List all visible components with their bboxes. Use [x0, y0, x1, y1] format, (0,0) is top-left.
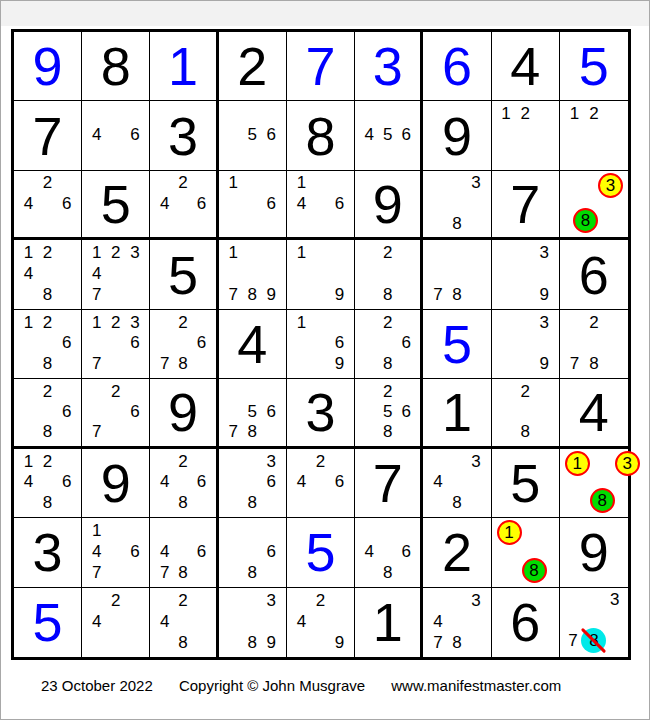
candidate-8: 8	[447, 632, 466, 653]
candidate-6: 6	[262, 541, 281, 562]
candidate-empty	[516, 333, 535, 354]
candidate-6: 6	[192, 333, 210, 354]
candidate-grid: 1248	[14, 240, 81, 308]
candidate-empty	[330, 263, 349, 284]
given-digit: 4	[560, 379, 628, 445]
candidate-empty	[428, 451, 447, 472]
candidate-empty	[497, 558, 522, 583]
cell-r3c3[interactable]: 246	[150, 171, 218, 240]
candidate-6: 6	[57, 471, 76, 492]
candidate-empty	[19, 173, 38, 193]
cell-r4c9[interactable]: 6	[560, 240, 628, 309]
cell-r5c3[interactable]: 2678	[150, 310, 218, 379]
candidate-2: 2	[38, 242, 57, 263]
cell-r5c8[interactable]: 39	[492, 310, 560, 379]
candidate-empty	[224, 145, 243, 166]
candidate-1-yellow: 1	[497, 520, 522, 545]
cell-r6c8[interactable]: 28	[492, 379, 560, 448]
candidate-empty	[360, 422, 378, 442]
candidate-empty	[224, 471, 243, 492]
candidate-empty	[243, 451, 262, 472]
candidate-empty	[243, 471, 262, 492]
candidate-8: 8	[447, 284, 466, 305]
candidate-empty	[106, 611, 125, 632]
candidate-empty	[57, 422, 76, 442]
cell-r6c2[interactable]: 267	[82, 379, 150, 448]
cell-r1c8[interactable]: 4	[492, 32, 560, 101]
candidate-2: 2	[311, 590, 330, 611]
candidate-empty	[106, 284, 125, 305]
candidate-empty	[311, 471, 330, 492]
candidate-empty	[262, 422, 281, 442]
candidate-empty	[581, 609, 606, 628]
cell-r6c9[interactable]: 4	[560, 379, 628, 448]
cell-r4c3[interactable]: 5	[150, 240, 218, 309]
candidate-empty	[262, 145, 281, 166]
candidate-empty	[516, 242, 535, 263]
cell-r9c2[interactable]: 24	[82, 588, 150, 657]
candidate-empty	[466, 471, 485, 492]
cell-r6c6[interactable]: 2568	[355, 379, 423, 448]
candidate-grid: 138	[560, 449, 628, 517]
cell-r4c2[interactable]: 12347	[82, 240, 150, 309]
candidate-empty	[262, 242, 281, 263]
candidate-empty	[87, 590, 106, 611]
cell-r1c5[interactable]: 7	[287, 32, 355, 101]
cell-r2c6[interactable]: 456	[355, 101, 423, 170]
candidate-2: 2	[584, 312, 603, 333]
candidate-empty	[192, 353, 210, 374]
cell-r4c5[interactable]: 19	[287, 240, 355, 309]
candidate-empty	[584, 145, 603, 166]
candidate-empty	[224, 611, 243, 632]
candidate-empty	[516, 284, 535, 305]
candidate-grid: 38	[560, 171, 628, 237]
candidate-empty	[155, 590, 173, 611]
candidate-9: 9	[330, 353, 349, 374]
cell-r3c1[interactable]: 246	[14, 171, 82, 240]
cell-r9c6[interactable]: 1	[355, 588, 423, 657]
candidate-empty	[604, 124, 623, 145]
candidate-empty	[598, 208, 623, 233]
candidate-empty	[516, 124, 535, 145]
candidate-empty	[565, 488, 590, 513]
candidate-empty	[565, 198, 573, 208]
given-digit: 2	[219, 32, 286, 100]
sudoku-board: 9812736457463568456912122465246161469387…	[11, 29, 631, 660]
candidate-empty	[192, 213, 210, 233]
candidate-empty	[397, 520, 415, 541]
cell-r6c3[interactable]: 9	[150, 379, 218, 448]
solved-digit: 6	[423, 32, 490, 100]
candidate-8-green: 8	[573, 208, 598, 233]
candidate-1-yellow: 1	[565, 451, 590, 476]
given-digit: 6	[492, 588, 559, 657]
cell-r9c7[interactable]: 3478	[423, 588, 491, 657]
candidate-4: 4	[19, 471, 38, 492]
cell-r3c7[interactable]: 38	[423, 171, 491, 240]
candidate-grid: 12468	[14, 449, 81, 517]
candidate-empty	[224, 541, 243, 562]
candidate-grid: 169	[287, 310, 354, 378]
candidate-empty	[262, 213, 281, 233]
candidate-empty	[547, 558, 554, 583]
cell-r8c4[interactable]: 68	[219, 518, 287, 587]
candidate-empty	[57, 492, 76, 513]
candidate-empty	[573, 198, 598, 208]
candidate-empty	[106, 124, 125, 145]
given-digit: 9	[560, 518, 628, 586]
candidate-grid: 1467	[82, 518, 149, 586]
cell-r5c5[interactable]: 169	[287, 310, 355, 379]
candidate-5: 5	[243, 124, 262, 145]
cell-r1c1[interactable]: 9	[14, 32, 82, 101]
candidate-empty	[447, 242, 466, 263]
candidate-empty	[262, 173, 281, 193]
candidate-2: 2	[379, 312, 397, 333]
candidate-empty	[224, 401, 243, 421]
candidate-empty	[155, 632, 173, 653]
candidate-empty	[497, 312, 516, 333]
candidate-empty	[535, 401, 554, 421]
candidate-empty	[535, 124, 554, 145]
candidate-4: 4	[360, 541, 378, 562]
cell-r1c4[interactable]: 2	[219, 32, 287, 101]
candidate-grid: 368	[219, 449, 286, 517]
candidate-5: 5	[379, 124, 397, 145]
candidate-4: 4	[19, 263, 38, 284]
candidate-grid: 378	[560, 588, 628, 657]
given-digit: 4	[492, 32, 559, 100]
candidate-8: 8	[379, 353, 397, 374]
candidate-8: 8	[379, 284, 397, 305]
candidate-1: 1	[87, 242, 106, 263]
candidate-3: 3	[466, 451, 485, 472]
candidate-4: 4	[428, 611, 447, 632]
cell-r6c1[interactable]: 268	[14, 379, 82, 448]
candidate-6: 6	[125, 124, 144, 145]
cell-r3c9[interactable]: 38	[560, 171, 628, 240]
cell-r4c8[interactable]: 39	[492, 240, 560, 309]
candidate-empty	[447, 590, 466, 611]
candidate-4: 4	[292, 193, 311, 213]
cell-r9c4[interactable]: 389	[219, 588, 287, 657]
candidate-empty	[174, 520, 192, 541]
candidate-empty	[125, 520, 144, 541]
cell-r8c1[interactable]: 3	[14, 518, 82, 587]
cell-r5c2[interactable]: 12367	[82, 310, 150, 379]
candidate-1: 1	[19, 451, 38, 472]
candidate-empty	[106, 632, 125, 653]
cell-r3c2[interactable]: 5	[82, 171, 150, 240]
candidate-empty	[192, 632, 210, 653]
cell-r8c8[interactable]: 18	[492, 518, 560, 587]
cell-r4c1[interactable]: 1248	[14, 240, 82, 309]
candidate-empty	[330, 312, 349, 333]
cell-r6c4[interactable]: 5678	[219, 379, 287, 448]
candidate-empty	[57, 242, 76, 263]
cell-r7c7[interactable]: 348	[423, 449, 491, 518]
candidate-empty	[311, 632, 330, 653]
cell-r7c9[interactable]: 138	[560, 449, 628, 518]
candidate-empty	[38, 471, 57, 492]
candidate-empty	[535, 103, 554, 124]
footer-date: 23 October 2022	[41, 677, 153, 694]
cell-r1c6[interactable]: 3	[355, 32, 423, 101]
candidate-empty	[547, 545, 554, 557]
cell-r5c7[interactable]: 5	[423, 310, 491, 379]
candidate-empty	[428, 213, 447, 233]
candidate-empty	[397, 242, 415, 263]
candidate-grid: 38	[423, 171, 490, 237]
candidate-empty	[604, 353, 623, 374]
cell-r8c6[interactable]: 468	[355, 518, 423, 587]
candidate-1: 1	[292, 312, 311, 333]
cell-r7c2[interactable]: 9	[82, 449, 150, 518]
candidate-8: 8	[243, 562, 262, 583]
candidate-empty	[224, 103, 243, 124]
cell-r1c9[interactable]: 5	[560, 32, 628, 101]
candidate-9: 9	[535, 284, 554, 305]
candidate-1: 1	[87, 520, 106, 541]
candidate-empty	[155, 520, 173, 541]
candidate-empty	[125, 103, 144, 124]
candidate-8: 8	[174, 632, 192, 653]
candidate-6: 6	[330, 333, 349, 354]
solved-digit: 5	[423, 310, 490, 378]
candidate-grid: 2468	[150, 449, 215, 517]
candidate-empty	[535, 145, 554, 166]
candidate-empty	[590, 451, 615, 476]
candidate-1: 1	[292, 173, 311, 193]
cell-r7c5[interactable]: 246	[287, 449, 355, 518]
cell-r2c2[interactable]: 46	[82, 101, 150, 170]
given-digit: 3	[14, 518, 81, 586]
candidate-empty	[87, 401, 106, 421]
cell-r4c4[interactable]: 1789	[219, 240, 287, 309]
candidate-empty	[497, 381, 516, 401]
candidate-empty	[330, 173, 349, 193]
cell-r5c1[interactable]: 1268	[14, 310, 82, 379]
cell-r2c1[interactable]: 7	[14, 101, 82, 170]
candidate-3: 3	[466, 590, 485, 611]
candidate-1: 1	[19, 312, 38, 333]
cell-r1c2[interactable]: 8	[82, 32, 150, 101]
cell-r8c2[interactable]: 1467	[82, 518, 150, 587]
candidate-empty	[497, 263, 516, 284]
given-digit: 6	[560, 240, 628, 308]
candidate-3: 3	[535, 312, 554, 333]
candidate-4: 4	[292, 471, 311, 492]
candidate-empty	[192, 173, 210, 193]
cell-r2c5[interactable]: 8	[287, 101, 355, 170]
candidate-empty	[311, 284, 330, 305]
candidate-9: 9	[330, 632, 349, 653]
candidate-empty	[155, 213, 173, 233]
cell-r7c3[interactable]: 2468	[150, 449, 218, 518]
candidate-empty	[243, 145, 262, 166]
candidate-empty	[379, 103, 397, 124]
candidate-empty	[497, 242, 516, 263]
candidate-grid: 389	[219, 588, 286, 657]
candidate-empty	[174, 193, 192, 213]
cell-r8c5[interactable]: 5	[287, 518, 355, 587]
candidate-grid: 46	[82, 101, 149, 169]
candidate-2: 2	[379, 242, 397, 263]
candidate-grid: 246	[14, 171, 81, 237]
candidate-8: 8	[174, 353, 192, 374]
candidate-9: 9	[262, 632, 281, 653]
candidate-empty	[262, 263, 281, 284]
candidate-empty	[106, 422, 125, 442]
cell-r5c6[interactable]: 268	[355, 310, 423, 379]
candidate-3-yellow: 3	[615, 451, 640, 476]
candidate-9: 9	[535, 353, 554, 374]
solved-digit: 5	[14, 588, 81, 657]
candidate-empty	[155, 333, 173, 354]
candidate-empty	[192, 562, 210, 583]
candidate-empty	[428, 590, 447, 611]
candidate-empty	[174, 213, 192, 233]
candidate-empty	[224, 520, 243, 541]
cell-r9c9[interactable]: 378	[560, 588, 628, 657]
cell-r2c7[interactable]: 9	[423, 101, 491, 170]
candidate-empty	[125, 145, 144, 166]
candidate-grid: 268	[14, 379, 81, 445]
candidate-empty	[38, 263, 57, 284]
candidate-empty	[243, 242, 262, 263]
candidate-grid: 267	[82, 379, 149, 445]
candidate-grid: 18	[492, 518, 559, 586]
candidate-8-green: 8	[522, 558, 547, 583]
solved-digit: 1	[150, 32, 215, 100]
candidate-6: 6	[397, 124, 415, 145]
candidate-empty	[428, 242, 447, 263]
candidate-empty	[604, 103, 623, 124]
given-digit: 9	[423, 101, 490, 169]
candidate-empty	[565, 208, 573, 233]
cell-r5c4[interactable]: 4	[219, 310, 287, 379]
candidate-empty	[447, 471, 466, 492]
candidate-empty	[447, 451, 466, 472]
cell-r9c8[interactable]: 6	[492, 588, 560, 657]
given-digit: 5	[492, 449, 559, 517]
candidate-1: 1	[224, 242, 243, 263]
cell-r3c6[interactable]: 9	[355, 171, 423, 240]
candidate-empty	[57, 353, 76, 374]
candidate-empty	[262, 520, 281, 541]
cell-r9c3[interactable]: 248	[150, 588, 218, 657]
candidate-empty	[243, 381, 262, 401]
candidate-empty	[292, 284, 311, 305]
candidate-4: 4	[87, 263, 106, 284]
candidate-empty	[428, 263, 447, 284]
candidate-empty	[155, 492, 173, 513]
cell-r8c3[interactable]: 4678	[150, 518, 218, 587]
candidate-empty	[360, 263, 378, 284]
candidate-empty	[360, 145, 378, 166]
candidate-empty	[224, 590, 243, 611]
cell-r2c4[interactable]: 56	[219, 101, 287, 170]
candidate-empty	[565, 333, 584, 354]
candidate-grid: 246	[287, 449, 354, 517]
candidate-empty	[38, 401, 57, 421]
candidate-8: 8	[447, 492, 466, 513]
given-digit: 5	[150, 240, 215, 308]
candidate-empty	[311, 312, 330, 333]
candidate-grid: 146	[287, 171, 354, 237]
candidate-8: 8	[38, 353, 57, 374]
cell-r7c6[interactable]: 7	[355, 449, 423, 518]
cell-r9c5[interactable]: 249	[287, 588, 355, 657]
candidate-empty	[535, 333, 554, 354]
candidate-empty	[192, 590, 210, 611]
cell-r1c7[interactable]: 6	[423, 32, 491, 101]
cell-r6c5[interactable]: 3	[287, 379, 355, 448]
cell-r7c1[interactable]: 12468	[14, 449, 82, 518]
cell-r6c7[interactable]: 1	[423, 379, 491, 448]
cell-r4c7[interactable]: 78	[423, 240, 491, 309]
cell-r3c8[interactable]: 7	[492, 171, 560, 240]
candidate-7: 7	[565, 628, 582, 653]
candidate-8-cyan-strike: 8	[581, 628, 606, 653]
candidate-empty	[262, 611, 281, 632]
candidate-grid: 12	[560, 101, 628, 169]
candidate-empty	[606, 609, 623, 628]
candidate-empty	[174, 541, 192, 562]
cell-r3c5[interactable]: 146	[287, 171, 355, 240]
candidate-empty	[584, 333, 603, 354]
candidate-empty	[19, 422, 38, 442]
cell-r8c9[interactable]: 9	[560, 518, 628, 587]
cell-r3c4[interactable]: 16	[219, 171, 287, 240]
given-digit: 3	[287, 379, 354, 445]
candidate-empty	[87, 103, 106, 124]
cell-r9c1[interactable]: 5	[14, 588, 82, 657]
candidate-1: 1	[292, 242, 311, 263]
candidate-empty	[497, 353, 516, 374]
candidate-4: 4	[87, 541, 106, 562]
candidate-empty	[516, 401, 535, 421]
candidate-7: 7	[87, 284, 106, 305]
cell-r5c9[interactable]: 278	[560, 310, 628, 379]
candidate-3-yellow: 3	[598, 173, 623, 198]
cell-r1c3[interactable]: 1	[150, 32, 218, 101]
candidate-7: 7	[87, 422, 106, 442]
cell-r2c3[interactable]: 3	[150, 101, 218, 170]
candidate-3: 3	[125, 242, 144, 263]
cell-r4c6[interactable]: 28	[355, 240, 423, 309]
candidate-empty	[192, 492, 210, 513]
cell-r7c4[interactable]: 368	[219, 449, 287, 518]
candidate-empty	[428, 173, 447, 193]
candidate-6: 6	[192, 193, 210, 213]
candidate-empty	[292, 632, 311, 653]
candidate-grid: 12347	[82, 240, 149, 308]
candidate-empty	[243, 173, 262, 193]
candidate-empty	[224, 562, 243, 583]
cell-r2c8[interactable]: 12	[492, 101, 560, 170]
candidate-empty	[174, 333, 192, 354]
cell-r7c8[interactable]: 5	[492, 449, 560, 518]
candidate-empty	[125, 422, 144, 442]
candidate-grid: 39	[492, 310, 559, 378]
candidate-empty	[330, 590, 349, 611]
candidate-empty	[360, 284, 378, 305]
cell-r2c9[interactable]: 12	[560, 101, 628, 170]
candidate-grid: 28	[492, 379, 559, 445]
cell-r8c7[interactable]: 2	[423, 518, 491, 587]
